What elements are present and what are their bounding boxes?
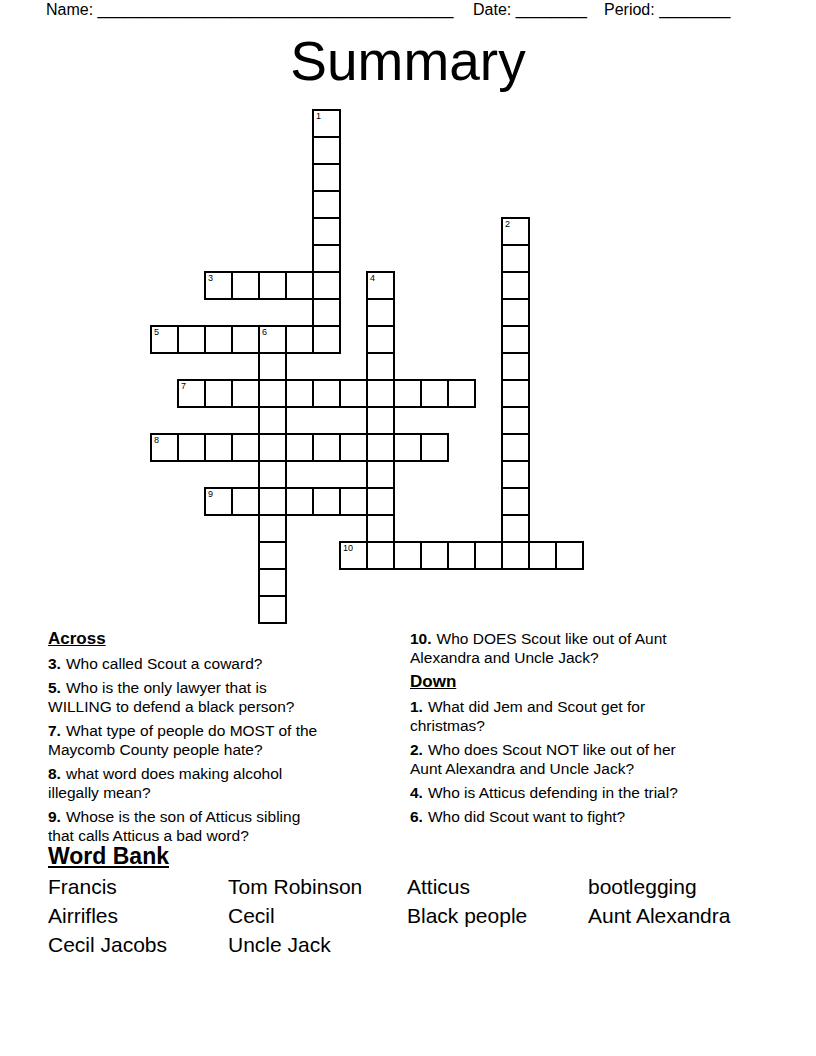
- word-bank-item: Atticus: [407, 872, 527, 901]
- grid-cell[interactable]: [312, 136, 341, 165]
- grid-cell[interactable]: 9: [204, 487, 233, 516]
- grid-cell[interactable]: [501, 271, 530, 300]
- date-label: Date:: [473, 1, 511, 18]
- grid-cell[interactable]: [366, 460, 395, 489]
- name-field: Name: __________________________________…: [46, 1, 454, 19]
- grid-cell[interactable]: 1: [312, 109, 341, 138]
- clue-text: What type of people do MOST of the Mayco…: [48, 722, 317, 758]
- grid-cell[interactable]: [231, 433, 260, 462]
- clue-number: 6.: [410, 808, 423, 825]
- clue-number: 4.: [410, 784, 423, 801]
- grid-cell[interactable]: [312, 190, 341, 219]
- grid-cell[interactable]: [501, 379, 530, 408]
- word-bank-column-4: bootlegging Aunt Alexandra: [588, 872, 730, 930]
- grid-cell[interactable]: [339, 379, 368, 408]
- clue-number: 3.: [48, 655, 61, 672]
- word-bank-item: Francis: [48, 872, 167, 901]
- grid-cell[interactable]: [231, 379, 260, 408]
- grid-cell[interactable]: [501, 487, 530, 516]
- word-bank-item: Airrifles: [48, 901, 167, 930]
- word-bank-column-2: Tom Robinson Cecil Uncle Jack: [228, 872, 362, 959]
- grid-cell[interactable]: [258, 379, 287, 408]
- clue-text: Who called Scout a coward?: [66, 655, 262, 672]
- grid-cell[interactable]: [393, 541, 422, 570]
- clue-across-5: 5.Who is the only lawyer that is WILLING…: [48, 678, 394, 716]
- grid-cell[interactable]: [258, 568, 287, 597]
- grid-cell[interactable]: [366, 406, 395, 435]
- clue-text: Who does Scout NOT like out of her Aunt …: [410, 741, 676, 777]
- across-heading: Across: [48, 629, 394, 648]
- down-heading: Down: [410, 672, 770, 691]
- clue-number-badge: 1: [316, 112, 321, 121]
- clue-across-8: 8.what word does making alcohol illegall…: [48, 764, 394, 802]
- clue-down-6: 6.Who did Scout want to fight?: [410, 807, 770, 826]
- word-bank-item: Aunt Alexandra: [588, 901, 730, 930]
- clue-number: 7.: [48, 722, 61, 739]
- grid-cell[interactable]: [231, 325, 260, 354]
- clue-number-badge: 2: [505, 220, 510, 229]
- grid-cell[interactable]: [258, 271, 287, 300]
- clue-text: Who is the only lawyer that is WILLING t…: [48, 679, 294, 715]
- word-bank-item: Uncle Jack: [228, 930, 362, 959]
- crossword-grid: 12345678910: [150, 109, 586, 626]
- grid-cell[interactable]: [501, 406, 530, 435]
- grid-cell[interactable]: [258, 352, 287, 381]
- clue-text: Whose is the son of Atticus sibling that…: [48, 808, 300, 844]
- grid-cell[interactable]: 3: [204, 271, 233, 300]
- grid-cell[interactable]: [204, 325, 233, 354]
- grid-cell[interactable]: [366, 487, 395, 516]
- grid-cell[interactable]: [474, 541, 503, 570]
- clue-number-badge: 6: [262, 328, 267, 337]
- clue-down-2: 2.Who does Scout NOT like out of her Aun…: [410, 740, 770, 778]
- word-bank-item: Black people: [407, 901, 527, 930]
- grid-cell[interactable]: [366, 541, 395, 570]
- word-bank-item: Cecil Jacobs: [48, 930, 167, 959]
- grid-cell[interactable]: [501, 244, 530, 273]
- grid-cell[interactable]: [366, 352, 395, 381]
- grid-cell[interactable]: 10: [339, 541, 368, 570]
- grid-cell[interactable]: [501, 433, 530, 462]
- clue-text: Who DOES Scout like out of Aunt Alexandr…: [410, 630, 667, 666]
- word-bank-heading: Word Bank: [48, 843, 169, 869]
- period-field: Period: ________: [604, 1, 730, 19]
- grid-cell[interactable]: [420, 541, 449, 570]
- grid-cell[interactable]: [312, 433, 341, 462]
- grid-cell[interactable]: 4: [366, 271, 395, 300]
- grid-cell[interactable]: [501, 541, 530, 570]
- clue-across-10: 10.Who DOES Scout like out of Aunt Alexa…: [410, 629, 770, 667]
- grid-cell[interactable]: [393, 433, 422, 462]
- grid-cell[interactable]: [231, 271, 260, 300]
- clue-number: 10.: [410, 630, 432, 647]
- grid-cell[interactable]: 2: [501, 217, 530, 246]
- grid-cell[interactable]: [420, 433, 449, 462]
- grid-cell[interactable]: [366, 433, 395, 462]
- grid-cell[interactable]: [312, 325, 341, 354]
- grid-cell[interactable]: [285, 487, 314, 516]
- clue-number: 1.: [410, 698, 423, 715]
- grid-cell[interactable]: [366, 298, 395, 327]
- grid-cell[interactable]: [177, 433, 206, 462]
- grid-cell[interactable]: [258, 595, 287, 624]
- grid-cell[interactable]: 5: [150, 325, 179, 354]
- name-label: Name:: [46, 1, 93, 18]
- grid-cell[interactable]: [204, 433, 233, 462]
- grid-cell[interactable]: [285, 271, 314, 300]
- clue-text: What did Jem and Scout get for christmas…: [410, 698, 645, 734]
- clue-number: 9.: [48, 808, 61, 825]
- period-label: Period:: [604, 1, 655, 18]
- clue-number: 8.: [48, 765, 61, 782]
- grid-cell[interactable]: [447, 541, 476, 570]
- clue-number-badge: 3: [208, 274, 213, 283]
- grid-cell[interactable]: [258, 433, 287, 462]
- clue-across-7: 7.What type of people do MOST of the May…: [48, 721, 394, 759]
- grid-cell[interactable]: [501, 352, 530, 381]
- grid-cell[interactable]: [258, 460, 287, 489]
- grid-cell[interactable]: [501, 460, 530, 489]
- grid-cell[interactable]: [312, 217, 341, 246]
- grid-cell[interactable]: [312, 271, 341, 300]
- clue-text: what word does making alcohol illegally …: [48, 765, 282, 801]
- grid-cell[interactable]: [312, 163, 341, 192]
- period-blank: ________: [659, 1, 730, 18]
- grid-cell[interactable]: [285, 433, 314, 462]
- grid-cell[interactable]: [231, 487, 260, 516]
- grid-cell[interactable]: 7: [177, 379, 206, 408]
- grid-cell[interactable]: [258, 541, 287, 570]
- name-blank: ________________________________________: [98, 1, 454, 18]
- grid-cell[interactable]: [366, 379, 395, 408]
- grid-cell[interactable]: [366, 514, 395, 543]
- grid-cell[interactable]: [366, 325, 395, 354]
- grid-cell[interactable]: [339, 487, 368, 516]
- word-bank-item: Tom Robinson: [228, 872, 362, 901]
- grid-cell[interactable]: [501, 514, 530, 543]
- grid-cell[interactable]: 8: [150, 433, 179, 462]
- clue-text: Who did Scout want to fight?: [428, 808, 625, 825]
- grid-cell[interactable]: [285, 325, 314, 354]
- clue-number-badge: 4: [370, 274, 375, 283]
- clue-text: Who is Atticus defending in the trial?: [428, 784, 678, 801]
- grid-cell[interactable]: [258, 406, 287, 435]
- grid-cell[interactable]: [501, 298, 530, 327]
- grid-cell[interactable]: [285, 379, 314, 408]
- clue-number-badge: 8: [154, 436, 159, 445]
- grid-cell[interactable]: [339, 433, 368, 462]
- clue-across-9: 9.Whose is the son of Atticus sibling th…: [48, 807, 394, 845]
- word-bank-item: Cecil: [228, 901, 362, 930]
- word-bank-item: bootlegging: [588, 872, 730, 901]
- grid-cell[interactable]: [420, 379, 449, 408]
- clue-across-3: 3.Who called Scout a coward?: [48, 654, 394, 673]
- clue-number-badge: 5: [154, 328, 159, 337]
- grid-cell[interactable]: [177, 325, 206, 354]
- date-blank: ________: [516, 1, 587, 18]
- down-clues-column: 10.Who DOES Scout like out of Aunt Alexa…: [410, 629, 770, 831]
- grid-cell[interactable]: [393, 379, 422, 408]
- worksheet-title: Summary: [0, 31, 816, 92]
- grid-cell[interactable]: [312, 379, 341, 408]
- grid-cell[interactable]: [312, 244, 341, 273]
- grid-cell[interactable]: [204, 379, 233, 408]
- worksheet-page: Name: __________________________________…: [0, 0, 816, 1056]
- grid-cell[interactable]: 6: [258, 325, 287, 354]
- grid-cell[interactable]: [258, 487, 287, 516]
- across-clues-column: Across 3.Who called Scout a coward? 5.Wh…: [48, 629, 394, 850]
- grid-cell[interactable]: [258, 514, 287, 543]
- grid-cell[interactable]: [312, 487, 341, 516]
- clue-down-4: 4.Who is Atticus defending in the trial?: [410, 783, 770, 802]
- clue-number-badge: 9: [208, 490, 213, 499]
- word-bank-column-3: Atticus Black people: [407, 872, 527, 930]
- grid-cell[interactable]: [447, 379, 476, 408]
- clue-down-1: 1.What did Jem and Scout get for christm…: [410, 697, 770, 735]
- grid-cell[interactable]: [312, 298, 341, 327]
- word-bank-column-1: Francis Airrifles Cecil Jacobs: [48, 872, 167, 959]
- grid-cell[interactable]: [528, 541, 557, 570]
- clue-number-badge: 7: [181, 382, 186, 391]
- grid-cell[interactable]: [501, 325, 530, 354]
- date-field: Date: ________: [473, 1, 587, 19]
- clue-number: 5.: [48, 679, 61, 696]
- grid-cell[interactable]: [555, 541, 584, 570]
- clue-number: 2.: [410, 741, 423, 758]
- clue-number-badge: 10: [343, 544, 353, 553]
